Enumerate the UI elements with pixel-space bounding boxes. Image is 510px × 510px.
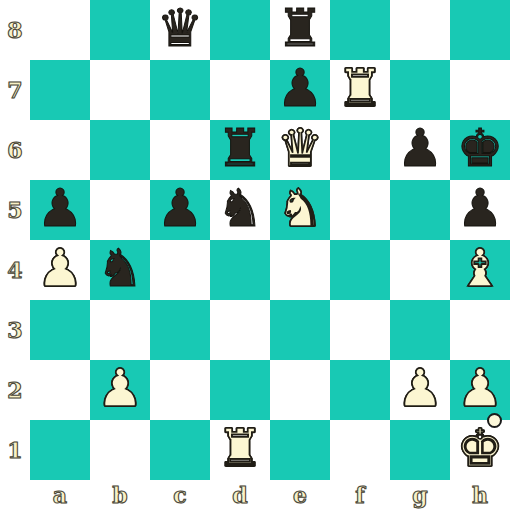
white-pawn-g2[interactable]: ♟ xyxy=(397,358,444,418)
white-pawn-h2[interactable]: ♟ xyxy=(457,358,504,418)
square-f5[interactable] xyxy=(330,180,390,240)
square-d7[interactable] xyxy=(210,60,270,120)
square-c2[interactable] xyxy=(150,360,210,420)
white-rook-d1[interactable]: ♜ xyxy=(217,418,264,478)
white-pawn-a4[interactable]: ♟ xyxy=(37,238,84,298)
file-label-b: b xyxy=(90,480,150,510)
square-c7[interactable] xyxy=(150,60,210,120)
file-label-h: h xyxy=(450,480,510,510)
square-e4[interactable] xyxy=(270,240,330,300)
black-pawn-g6[interactable]: ♟ xyxy=(397,118,444,178)
rank-labels: 87654321 xyxy=(0,0,30,480)
chess-diagram: 87654321 ♛♜♟♜♜♛♟♚♟♟♞♞♟♟♞♝♟♟♟♜♚ abcdefgh xyxy=(0,0,510,510)
black-knight-d5[interactable]: ♞ xyxy=(217,178,264,238)
square-f7[interactable]: ♜ xyxy=(330,60,390,120)
square-h3[interactable] xyxy=(450,300,510,360)
square-g3[interactable] xyxy=(390,300,450,360)
square-h5[interactable]: ♟ xyxy=(450,180,510,240)
square-f2[interactable] xyxy=(330,360,390,420)
square-g6[interactable]: ♟ xyxy=(390,120,450,180)
square-d8[interactable] xyxy=(210,0,270,60)
square-d4[interactable] xyxy=(210,240,270,300)
square-f1[interactable] xyxy=(330,420,390,480)
white-bishop-h4[interactable]: ♝ xyxy=(457,238,504,298)
square-c8[interactable]: ♛ xyxy=(150,0,210,60)
square-b6[interactable] xyxy=(90,120,150,180)
square-a1[interactable] xyxy=(30,420,90,480)
square-a5[interactable]: ♟ xyxy=(30,180,90,240)
square-b8[interactable] xyxy=(90,0,150,60)
file-label-c: c xyxy=(150,480,210,510)
rank-label-4: 4 xyxy=(0,240,30,300)
square-b3[interactable] xyxy=(90,300,150,360)
rank-label-3: 3 xyxy=(0,300,30,360)
square-e3[interactable] xyxy=(270,300,330,360)
square-d3[interactable] xyxy=(210,300,270,360)
rank-label-2: 2 xyxy=(0,360,30,420)
black-king-h6[interactable]: ♚ xyxy=(457,118,504,178)
square-g4[interactable] xyxy=(390,240,450,300)
rank-label-5: 5 xyxy=(0,180,30,240)
square-a8[interactable] xyxy=(30,0,90,60)
black-pawn-h5[interactable]: ♟ xyxy=(457,178,504,238)
file-label-g: g xyxy=(390,480,450,510)
black-queen-c8[interactable]: ♛ xyxy=(157,0,204,58)
file-label-f: f xyxy=(330,480,390,510)
white-pawn-b2[interactable]: ♟ xyxy=(97,358,144,418)
square-h1[interactable]: ♚ xyxy=(450,420,510,480)
chess-board: ♛♜♟♜♜♛♟♚♟♟♞♞♟♟♞♝♟♟♟♜♚ xyxy=(30,0,510,480)
black-knight-b4[interactable]: ♞ xyxy=(97,238,144,298)
file-label-e: e xyxy=(270,480,330,510)
square-f4[interactable] xyxy=(330,240,390,300)
square-g8[interactable] xyxy=(390,0,450,60)
square-g1[interactable] xyxy=(390,420,450,480)
square-h8[interactable] xyxy=(450,0,510,60)
square-c1[interactable] xyxy=(150,420,210,480)
square-d5[interactable]: ♞ xyxy=(210,180,270,240)
square-e6[interactable]: ♛ xyxy=(270,120,330,180)
board-wrap: ♛♜♟♜♜♛♟♚♟♟♞♞♟♟♞♝♟♟♟♜♚ xyxy=(30,0,510,480)
square-b7[interactable] xyxy=(90,60,150,120)
white-rook-f7[interactable]: ♜ xyxy=(337,58,384,118)
square-d1[interactable]: ♜ xyxy=(210,420,270,480)
black-pawn-a5[interactable]: ♟ xyxy=(37,178,84,238)
file-label-d: d xyxy=(210,480,270,510)
square-e8[interactable]: ♜ xyxy=(270,0,330,60)
square-c4[interactable] xyxy=(150,240,210,300)
square-a4[interactable]: ♟ xyxy=(30,240,90,300)
black-pawn-e7[interactable]: ♟ xyxy=(277,58,324,118)
square-h7[interactable] xyxy=(450,60,510,120)
square-h4[interactable]: ♝ xyxy=(450,240,510,300)
square-f3[interactable] xyxy=(330,300,390,360)
square-b1[interactable] xyxy=(90,420,150,480)
rank-label-1: 1 xyxy=(0,420,30,480)
rank-label-7: 7 xyxy=(0,60,30,120)
square-h2[interactable]: ♟ xyxy=(450,360,510,420)
square-e2[interactable] xyxy=(270,360,330,420)
file-labels: abcdefgh xyxy=(30,480,510,510)
square-g2[interactable]: ♟ xyxy=(390,360,450,420)
square-a7[interactable] xyxy=(30,60,90,120)
square-c6[interactable] xyxy=(150,120,210,180)
square-b5[interactable] xyxy=(90,180,150,240)
square-d6[interactable]: ♜ xyxy=(210,120,270,180)
square-e7[interactable]: ♟ xyxy=(270,60,330,120)
white-knight-e5[interactable]: ♞ xyxy=(277,178,324,238)
black-rook-d6[interactable]: ♜ xyxy=(217,118,264,178)
square-c5[interactable]: ♟ xyxy=(150,180,210,240)
square-f6[interactable] xyxy=(330,120,390,180)
square-b4[interactable]: ♞ xyxy=(90,240,150,300)
square-a6[interactable] xyxy=(30,120,90,180)
square-h6[interactable]: ♚ xyxy=(450,120,510,180)
white-to-move-indicator xyxy=(487,413,502,428)
file-label-a: a xyxy=(30,480,90,510)
rank-label-6: 6 xyxy=(0,120,30,180)
square-e5[interactable]: ♞ xyxy=(270,180,330,240)
rank-label-8: 8 xyxy=(0,0,30,60)
white-queen-e6[interactable]: ♛ xyxy=(277,118,324,178)
square-a2[interactable] xyxy=(30,360,90,420)
square-e1[interactable] xyxy=(270,420,330,480)
square-a3[interactable] xyxy=(30,300,90,360)
square-g7[interactable] xyxy=(390,60,450,120)
square-f8[interactable] xyxy=(330,0,390,60)
square-d2[interactable] xyxy=(210,360,270,420)
black-rook-e8[interactable]: ♜ xyxy=(277,0,324,58)
square-c3[interactable] xyxy=(150,300,210,360)
black-pawn-c5[interactable]: ♟ xyxy=(157,178,204,238)
square-g5[interactable] xyxy=(390,180,450,240)
square-b2[interactable]: ♟ xyxy=(90,360,150,420)
